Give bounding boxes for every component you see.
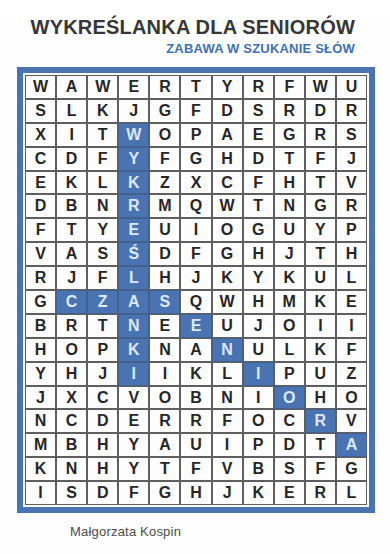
grid-cell[interactable]: T bbox=[274, 147, 305, 171]
page-title: WYKREŚLANKA DLA SENIORÓW bbox=[0, 16, 355, 38]
grid-cell[interactable]: H bbox=[336, 242, 367, 266]
grid-cell[interactable]: L bbox=[212, 362, 243, 386]
grid-cell[interactable]: H bbox=[305, 386, 336, 410]
grid-cell[interactable]: Y bbox=[118, 147, 149, 171]
grid-cell[interactable]: O bbox=[274, 386, 305, 410]
grid-cell[interactable]: S bbox=[274, 457, 305, 481]
grid-cell[interactable]: S bbox=[336, 123, 367, 147]
grid-cell[interactable]: R bbox=[305, 123, 336, 147]
grid-cell[interactable]: H bbox=[149, 266, 180, 290]
grid-cell[interactable]: W bbox=[305, 75, 336, 99]
grid-cell[interactable]: V bbox=[336, 409, 367, 433]
grid-cell[interactable]: N bbox=[25, 409, 56, 433]
grid-cell[interactable]: W bbox=[212, 290, 243, 314]
grid-cell[interactable]: H bbox=[274, 171, 305, 195]
grid-cell[interactable]: A bbox=[180, 338, 211, 362]
grid-cell[interactable]: B bbox=[243, 457, 274, 481]
grid-cell[interactable]: J bbox=[56, 266, 87, 290]
grid-cell[interactable]: K bbox=[274, 266, 305, 290]
grid-cell[interactable]: E bbox=[336, 290, 367, 314]
word-search-grid: WAWERTYRFWUSLKJGFDSRDRXITWOPAEGRSCDFYFGH… bbox=[17, 67, 375, 513]
grid-cell[interactable]: J bbox=[336, 147, 367, 171]
grid-cell[interactable]: Q bbox=[180, 290, 211, 314]
grid-cell[interactable]: J bbox=[274, 242, 305, 266]
grid-cell[interactable]: A bbox=[336, 433, 367, 457]
grid-cell[interactable]: T bbox=[305, 433, 336, 457]
grid-cell[interactable]: D bbox=[274, 433, 305, 457]
grid-cell[interactable]: K bbox=[118, 171, 149, 195]
grid-cell[interactable]: K bbox=[56, 171, 87, 195]
grid-cell[interactable]: E bbox=[180, 314, 211, 338]
grid-cell[interactable]: J bbox=[87, 362, 118, 386]
grid-cell[interactable]: F bbox=[87, 147, 118, 171]
grid-cell[interactable]: T bbox=[87, 123, 118, 147]
grid-cell[interactable]: Z bbox=[336, 362, 367, 386]
grid-cell[interactable]: A bbox=[149, 433, 180, 457]
grid-cell[interactable]: R bbox=[149, 75, 180, 99]
grid-cell[interactable]: U bbox=[336, 75, 367, 99]
page-subtitle: ZABAWA W SZUKANIE SŁÓW bbox=[0, 41, 355, 56]
grid-cell[interactable]: Q bbox=[180, 194, 211, 218]
grid-cell[interactable]: E bbox=[118, 218, 149, 242]
grid-cell[interactable]: C bbox=[212, 171, 243, 195]
grid-cell[interactable]: K bbox=[180, 362, 211, 386]
grid-cell[interactable]: W bbox=[212, 194, 243, 218]
grid-cell[interactable]: R bbox=[305, 409, 336, 433]
grid-cell[interactable]: L bbox=[118, 266, 149, 290]
grid-cell[interactable]: I bbox=[212, 433, 243, 457]
grid-cell[interactable]: R bbox=[25, 266, 56, 290]
grid-cell[interactable]: G bbox=[243, 218, 274, 242]
grid-cell[interactable]: R bbox=[336, 194, 367, 218]
grid-cell[interactable]: S bbox=[87, 242, 118, 266]
grid-cell[interactable]: W bbox=[25, 75, 56, 99]
grid-cell[interactable]: U bbox=[305, 362, 336, 386]
grid-cell[interactable]: B bbox=[56, 433, 87, 457]
grid-cell[interactable]: T bbox=[87, 314, 118, 338]
grid-cell[interactable]: Y bbox=[243, 266, 274, 290]
grid-cell[interactable]: L bbox=[336, 266, 367, 290]
grid-cell[interactable]: J bbox=[212, 481, 243, 505]
grid-cell[interactable]: F bbox=[87, 266, 118, 290]
grid-cell[interactable]: H bbox=[87, 433, 118, 457]
grid-cell[interactable]: I bbox=[305, 314, 336, 338]
page: WYKREŚLANKA DLA SENIORÓW ZABAWA W SZUKAN… bbox=[0, 16, 390, 554]
grid-cell[interactable]: D bbox=[149, 242, 180, 266]
grid-cell[interactable]: I bbox=[56, 123, 87, 147]
grid-cell[interactable]: H bbox=[25, 338, 56, 362]
grid-cell[interactable]: K bbox=[305, 338, 336, 362]
grid-cell[interactable]: P bbox=[336, 218, 367, 242]
grid-cell[interactable]: P bbox=[243, 433, 274, 457]
grid-cell[interactable]: Y bbox=[25, 362, 56, 386]
grid-cell[interactable]: H bbox=[56, 362, 87, 386]
grid-cell[interactable]: T bbox=[149, 457, 180, 481]
grid-cell[interactable]: D bbox=[243, 147, 274, 171]
grid-cell[interactable]: V bbox=[118, 386, 149, 410]
grid-cell[interactable]: T bbox=[305, 171, 336, 195]
grid-cell[interactable]: R bbox=[243, 75, 274, 99]
grid-cell[interactable]: Ś bbox=[118, 242, 149, 266]
grid-cell[interactable]: S bbox=[243, 99, 274, 123]
grid-cell[interactable]: N bbox=[212, 386, 243, 410]
grid-cell[interactable]: R bbox=[336, 99, 367, 123]
grid-cell[interactable]: A bbox=[56, 242, 87, 266]
grid-cell[interactable]: R bbox=[180, 409, 211, 433]
grid-cell[interactable]: F bbox=[212, 409, 243, 433]
grid-cell[interactable]: E bbox=[243, 123, 274, 147]
grid-cell[interactable]: Y bbox=[118, 457, 149, 481]
grid-cell[interactable]: I bbox=[243, 386, 274, 410]
grid-cell[interactable]: G bbox=[305, 194, 336, 218]
grid-cell[interactable]: Z bbox=[87, 290, 118, 314]
grid-cell[interactable]: S bbox=[25, 99, 56, 123]
grid-cell[interactable]: F bbox=[118, 481, 149, 505]
grid-cell[interactable]: C bbox=[56, 290, 87, 314]
grid-cell[interactable]: A bbox=[56, 75, 87, 99]
grid-cell[interactable]: A bbox=[118, 290, 149, 314]
grid-cell[interactable]: I bbox=[149, 362, 180, 386]
grid-cell[interactable]: U bbox=[149, 218, 180, 242]
grid-cell[interactable]: G bbox=[149, 481, 180, 505]
grid-cell[interactable]: W bbox=[118, 123, 149, 147]
grid-cell[interactable]: F bbox=[149, 147, 180, 171]
grid-cell[interactable]: H bbox=[243, 242, 274, 266]
grid-cell[interactable]: T bbox=[56, 218, 87, 242]
grid-cell[interactable]: U bbox=[274, 218, 305, 242]
grid-cell[interactable]: R bbox=[149, 409, 180, 433]
grid-cell[interactable]: E bbox=[118, 75, 149, 99]
grid-cell[interactable]: F bbox=[180, 99, 211, 123]
grid-cell[interactable]: N bbox=[212, 338, 243, 362]
grid-cell[interactable]: F bbox=[305, 147, 336, 171]
grid-cell[interactable]: M bbox=[274, 290, 305, 314]
grid-cell[interactable]: E bbox=[149, 314, 180, 338]
footer: Małgorzata Kospin bbox=[70, 522, 390, 540]
grid-cell[interactable]: F bbox=[25, 218, 56, 242]
grid-cell[interactable]: L bbox=[87, 171, 118, 195]
grid-cell[interactable]: H bbox=[243, 290, 274, 314]
grid-cell[interactable]: O bbox=[56, 338, 87, 362]
grid-cell[interactable]: C bbox=[274, 409, 305, 433]
grid-cell[interactable]: E bbox=[25, 171, 56, 195]
grid-cell[interactable]: K bbox=[243, 481, 274, 505]
grid-cell[interactable]: U bbox=[212, 314, 243, 338]
grid-cell[interactable]: F bbox=[305, 457, 336, 481]
grid-cell[interactable]: F bbox=[180, 242, 211, 266]
grid-cell[interactable]: M bbox=[25, 433, 56, 457]
grid-cell[interactable]: O bbox=[149, 123, 180, 147]
grid-cell[interactable]: F bbox=[180, 457, 211, 481]
grid-cell[interactable]: V bbox=[336, 171, 367, 195]
grid-cell[interactable]: D bbox=[87, 409, 118, 433]
grid-cell[interactable]: X bbox=[180, 171, 211, 195]
grid-cell[interactable]: B bbox=[180, 386, 211, 410]
grid-cell[interactable]: A bbox=[212, 123, 243, 147]
grid-cell[interactable]: G bbox=[274, 123, 305, 147]
grid-cell[interactable]: D bbox=[87, 481, 118, 505]
grid-cell[interactable]: B bbox=[56, 194, 87, 218]
grid-cell[interactable]: Y bbox=[118, 433, 149, 457]
grid-cell[interactable]: J bbox=[180, 266, 211, 290]
grid-cell[interactable]: X bbox=[25, 123, 56, 147]
grid-cell[interactable]: C bbox=[87, 386, 118, 410]
grid-cell[interactable]: X bbox=[56, 386, 87, 410]
grid-cell[interactable]: H bbox=[212, 147, 243, 171]
grid-cell[interactable]: B bbox=[25, 314, 56, 338]
grid-cell[interactable]: K bbox=[87, 99, 118, 123]
grid-cell[interactable]: D bbox=[305, 99, 336, 123]
grid-cell[interactable]: Z bbox=[149, 171, 180, 195]
grid-cell[interactable]: U bbox=[243, 338, 274, 362]
grid-cell[interactable]: T bbox=[180, 75, 211, 99]
grid-cell[interactable]: G bbox=[149, 99, 180, 123]
grid-cell[interactable]: R bbox=[274, 99, 305, 123]
grid-cell[interactable]: R bbox=[56, 314, 87, 338]
grid-cell[interactable]: O bbox=[149, 386, 180, 410]
grid-cell[interactable]: W bbox=[87, 75, 118, 99]
grid-cell[interactable]: L bbox=[274, 338, 305, 362]
grid-cell[interactable]: I bbox=[336, 314, 367, 338]
grid-cell[interactable]: T bbox=[243, 194, 274, 218]
grid-cell[interactable]: I bbox=[243, 362, 274, 386]
grid-cell[interactable]: Y bbox=[212, 75, 243, 99]
grid-cell[interactable]: P bbox=[180, 123, 211, 147]
grid-cell[interactable]: J bbox=[243, 314, 274, 338]
grid-cell[interactable]: P bbox=[87, 338, 118, 362]
grid-cell[interactable]: K bbox=[212, 266, 243, 290]
header: WYKREŚLANKA DLA SENIORÓW ZABAWA W SZUKAN… bbox=[0, 16, 355, 56]
grid-cell[interactable]: L bbox=[56, 99, 87, 123]
grid-cell[interactable]: R bbox=[305, 481, 336, 505]
grid-cell[interactable]: V bbox=[212, 457, 243, 481]
grid-cell[interactable]: V bbox=[25, 242, 56, 266]
grid-cell[interactable]: N bbox=[274, 194, 305, 218]
grid-cell[interactable]: E bbox=[118, 409, 149, 433]
grid-cell[interactable]: I bbox=[25, 481, 56, 505]
grid-cell[interactable]: J bbox=[25, 386, 56, 410]
grid-cell[interactable]: G bbox=[180, 147, 211, 171]
grid-cell[interactable]: K bbox=[118, 338, 149, 362]
grid-cell[interactable]: O bbox=[274, 314, 305, 338]
grid-cell[interactable]: U bbox=[305, 266, 336, 290]
grid-cell[interactable]: D bbox=[212, 99, 243, 123]
grid-cell[interactable]: F bbox=[336, 338, 367, 362]
grid-cell[interactable]: N bbox=[87, 194, 118, 218]
grid-cell[interactable]: F bbox=[243, 171, 274, 195]
grid-cell[interactable]: I bbox=[118, 362, 149, 386]
grid-cell[interactable]: I bbox=[180, 218, 211, 242]
grid-cell[interactable]: Y bbox=[305, 218, 336, 242]
grid-cell[interactable]: O bbox=[212, 218, 243, 242]
grid-cell[interactable]: C bbox=[25, 147, 56, 171]
grid-cell[interactable]: G bbox=[212, 242, 243, 266]
grid-cell[interactable]: G bbox=[25, 290, 56, 314]
grid-cell[interactable]: R bbox=[118, 194, 149, 218]
grid-cell[interactable]: O bbox=[336, 386, 367, 410]
grid-cell[interactable]: G bbox=[336, 457, 367, 481]
grid-cell[interactable]: S bbox=[149, 290, 180, 314]
grid-cell[interactable]: O bbox=[243, 409, 274, 433]
grid-cell[interactable]: C bbox=[56, 409, 87, 433]
grid-cell[interactable]: D bbox=[56, 147, 87, 171]
grid-cell[interactable]: N bbox=[56, 457, 87, 481]
grid-cell[interactable]: T bbox=[305, 242, 336, 266]
grid-cell[interactable]: E bbox=[274, 481, 305, 505]
grid-cell[interactable]: H bbox=[87, 457, 118, 481]
grid-cell[interactable]: K bbox=[305, 290, 336, 314]
grid-cell[interactable]: D bbox=[25, 194, 56, 218]
grid-cell[interactable]: N bbox=[118, 314, 149, 338]
grid-cell[interactable]: N bbox=[149, 338, 180, 362]
author-credit: Małgorzata Kospin bbox=[70, 524, 181, 539]
grid-cell[interactable]: Y bbox=[87, 218, 118, 242]
grid-cell[interactable]: S bbox=[56, 481, 87, 505]
grid-cell[interactable]: H bbox=[180, 481, 211, 505]
grid-cell[interactable]: F bbox=[274, 75, 305, 99]
grid-cell[interactable]: M bbox=[149, 194, 180, 218]
grid-cell[interactable]: K bbox=[25, 457, 56, 481]
grid-cell[interactable]: L bbox=[336, 481, 367, 505]
grid-cell[interactable]: J bbox=[118, 99, 149, 123]
grid-cell[interactable]: P bbox=[274, 362, 305, 386]
grid-cell[interactable]: U bbox=[180, 433, 211, 457]
